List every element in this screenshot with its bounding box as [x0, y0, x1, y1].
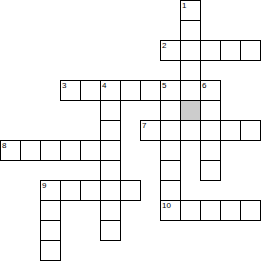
cell-r10-c8[interactable]: 10	[160, 200, 181, 221]
cell-r4-c5[interactable]: 4	[100, 80, 121, 101]
cell-r7-c8[interactable]	[160, 140, 181, 161]
cell-r4-c9[interactable]	[180, 80, 201, 101]
cell-r2-c9[interactable]	[180, 40, 201, 61]
cell-r11-c5[interactable]	[100, 220, 121, 241]
cell-r10-c11[interactable]	[220, 200, 241, 221]
clue-number-7: 7	[142, 121, 146, 130]
crossword-board: 12345678910	[0, 0, 261, 261]
cell-r6-c10[interactable]	[200, 120, 221, 141]
cell-r6-c11[interactable]	[220, 120, 241, 141]
cell-r0-c9[interactable]: 1	[180, 0, 201, 21]
cell-r8-c8[interactable]	[160, 160, 181, 181]
cell-r7-c2[interactable]	[40, 140, 61, 161]
cell-r2-c10[interactable]	[200, 40, 221, 61]
cell-r4-c3[interactable]: 3	[60, 80, 81, 101]
selected-cell[interactable]	[180, 100, 201, 121]
cell-r7-c5[interactable]	[100, 140, 121, 161]
cell-r10-c2[interactable]	[40, 200, 61, 221]
clue-number-5: 5	[162, 81, 166, 90]
cell-r4-c6[interactable]	[120, 80, 141, 101]
clue-number-3: 3	[62, 81, 66, 90]
cell-r5-c8[interactable]	[160, 100, 181, 121]
clue-number-9: 9	[42, 181, 46, 190]
cell-r2-c8[interactable]: 2	[160, 40, 181, 61]
cell-r7-c3[interactable]	[60, 140, 81, 161]
cell-r10-c9[interactable]	[180, 200, 201, 221]
cell-r8-c5[interactable]	[100, 160, 121, 181]
cell-r11-c2[interactable]	[40, 220, 61, 241]
cell-r2-c12[interactable]	[240, 40, 261, 61]
cell-r5-c10[interactable]	[200, 100, 221, 121]
cell-r6-c7[interactable]: 7	[140, 120, 161, 141]
clue-number-1: 1	[182, 1, 186, 10]
cell-r5-c5[interactable]	[100, 100, 121, 121]
cell-r4-c10[interactable]: 6	[200, 80, 221, 101]
cell-r6-c5[interactable]	[100, 120, 121, 141]
clue-number-6: 6	[202, 81, 206, 90]
clue-number-4: 4	[102, 81, 106, 90]
cell-r4-c7[interactable]	[140, 80, 161, 101]
cell-r6-c12[interactable]	[240, 120, 261, 141]
cell-r9-c5[interactable]	[100, 180, 121, 201]
cell-r6-c9[interactable]	[180, 120, 201, 141]
cell-r10-c12[interactable]	[240, 200, 261, 221]
cell-r10-c10[interactable]	[200, 200, 221, 221]
cell-r7-c10[interactable]	[200, 140, 221, 161]
cell-r2-c11[interactable]	[220, 40, 241, 61]
cell-r7-c4[interactable]	[80, 140, 101, 161]
clue-number-2: 2	[162, 41, 166, 50]
cell-r3-c9[interactable]	[180, 60, 201, 81]
cell-r9-c8[interactable]	[160, 180, 181, 201]
cell-r4-c8[interactable]: 5	[160, 80, 181, 101]
clue-number-8: 8	[2, 141, 6, 150]
cell-r10-c5[interactable]	[100, 200, 121, 221]
cell-r9-c2[interactable]: 9	[40, 180, 61, 201]
cell-r6-c8[interactable]	[160, 120, 181, 141]
cell-r7-c1[interactable]	[20, 140, 41, 161]
cell-r1-c9[interactable]	[180, 20, 201, 41]
cell-r4-c4[interactable]	[80, 80, 101, 101]
cell-r7-c0[interactable]: 8	[0, 140, 21, 161]
cell-r9-c6[interactable]	[120, 180, 141, 201]
cell-r8-c10[interactable]	[200, 160, 221, 181]
cell-r12-c2[interactable]	[40, 240, 61, 261]
clue-number-10: 10	[162, 201, 171, 210]
cell-r9-c4[interactable]	[80, 180, 101, 201]
cell-r9-c3[interactable]	[60, 180, 81, 201]
